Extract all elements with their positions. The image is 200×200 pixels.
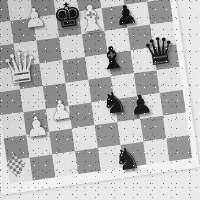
square-c1[interactable] — [52, 151, 78, 177]
black-bishop-f5[interactable]: ♝ — [96, 40, 128, 75]
white-pawn-c7[interactable]: ♟ — [21, 3, 48, 32]
square-h2[interactable] — [163, 113, 189, 139]
white-pawn-b3[interactable]: ♟ — [23, 111, 51, 141]
square-d2[interactable] — [72, 125, 98, 151]
square-c5[interactable] — [40, 60, 66, 86]
black-knight-f1[interactable]: ♞ — [112, 142, 143, 175]
white-bishop-e7[interactable]: ♝ — [73, 0, 110, 38]
square-c6[interactable] — [36, 37, 62, 63]
chess-board: ♟♚♝♟♛♝♛♟♟♞♟♞ — [0, 0, 192, 184]
black-pawn-g3[interactable]: ♟ — [127, 90, 154, 119]
square-b1[interactable] — [30, 155, 56, 181]
white-pawn-c3[interactable]: ♟ — [47, 95, 74, 124]
square-h3[interactable] — [160, 90, 186, 116]
board-photo: ♟♚♝♟♛♝♛♟♟♞♟♞ — [0, 0, 200, 200]
square-g2[interactable] — [140, 116, 166, 142]
black-queen-h5[interactable]: ♛ — [140, 30, 178, 71]
black-knight-f3[interactable]: ♞ — [99, 87, 129, 119]
square-d5[interactable] — [62, 57, 88, 83]
board-frame: ♟♚♝♟♛♝♛♟♟♞♟♞ — [0, 0, 200, 195]
white-queen-b5[interactable]: ♛ — [0, 44, 42, 91]
square-g1[interactable] — [143, 138, 169, 164]
square-d1[interactable] — [75, 148, 101, 174]
square-c2[interactable] — [49, 129, 75, 155]
square-h1[interactable] — [166, 135, 192, 161]
black-pawn-f7[interactable]: ♟ — [113, 0, 140, 29]
